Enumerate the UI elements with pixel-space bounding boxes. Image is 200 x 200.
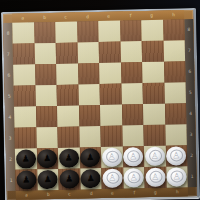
square-f2[interactable]: ♙ xyxy=(122,146,144,167)
square-f6[interactable] xyxy=(121,62,143,83)
square-d2[interactable]: ♟ xyxy=(79,147,101,168)
square-b8[interactable] xyxy=(34,22,56,43)
black-pawn-glyph: ♟ xyxy=(44,175,52,184)
file-label-d: d xyxy=(86,14,89,19)
file-label-h: h xyxy=(172,13,175,18)
white-pawn-glyph: ♙ xyxy=(108,153,116,162)
rank-label-8: 8 xyxy=(7,31,10,36)
square-c1[interactable]: ♟ xyxy=(58,168,80,189)
black-pawn-glyph: ♟ xyxy=(87,174,95,183)
file-label-h: h xyxy=(176,190,179,195)
rank-label-4: 4 xyxy=(8,115,11,120)
file-label-a: a xyxy=(21,16,24,21)
file-label-g: g xyxy=(150,13,153,18)
white-pawn-f1[interactable]: ♙ xyxy=(124,168,144,187)
square-b1[interactable]: ♟ xyxy=(37,169,59,190)
black-pawn-glyph: ♟ xyxy=(22,175,30,184)
black-pawn-b1[interactable]: ♟ xyxy=(38,170,58,189)
square-a4[interactable] xyxy=(14,106,36,127)
file-label-f: f xyxy=(133,191,136,196)
square-f3[interactable] xyxy=(122,125,144,146)
square-b6[interactable] xyxy=(35,64,57,85)
white-pawn-h2[interactable]: ♙ xyxy=(166,146,186,165)
square-a1[interactable]: ♟ xyxy=(15,169,37,190)
file-label-e: e xyxy=(111,191,114,196)
square-h8[interactable] xyxy=(163,19,185,40)
square-d7[interactable] xyxy=(77,42,99,63)
rank-label-6: 6 xyxy=(188,69,191,74)
black-pawn-c1[interactable]: ♟ xyxy=(59,169,79,188)
white-pawn-f2[interactable]: ♙ xyxy=(123,147,143,166)
square-f8[interactable] xyxy=(120,20,142,41)
white-pawn-glyph: ♙ xyxy=(151,173,159,182)
black-pawn-glyph: ♟ xyxy=(43,154,51,163)
black-pawn-a1[interactable]: ♟ xyxy=(16,170,36,189)
square-b7[interactable] xyxy=(34,43,56,64)
rank-label-1: 1 xyxy=(10,178,13,183)
square-c2[interactable]: ♟ xyxy=(58,147,80,168)
rank-label-5: 5 xyxy=(8,94,11,99)
square-a8[interactable] xyxy=(12,22,34,43)
square-d4[interactable] xyxy=(78,105,100,126)
white-pawn-h1[interactable]: ♙ xyxy=(167,167,187,186)
square-a2[interactable]: ♟ xyxy=(15,148,37,169)
rank-label-2: 2 xyxy=(190,153,193,158)
square-h4[interactable] xyxy=(164,103,186,124)
square-c8[interactable] xyxy=(55,21,77,42)
rank-label-6: 6 xyxy=(7,73,10,78)
square-c3[interactable] xyxy=(57,126,79,147)
black-pawn-glyph: ♟ xyxy=(65,154,73,163)
square-g6[interactable] xyxy=(142,62,164,83)
square-c5[interactable] xyxy=(57,84,79,105)
square-g3[interactable] xyxy=(143,125,165,146)
square-f4[interactable] xyxy=(121,104,143,125)
file-label-a: a xyxy=(25,193,28,198)
square-b2[interactable]: ♟ xyxy=(36,148,58,169)
white-pawn-e2[interactable]: ♙ xyxy=(102,148,122,167)
square-h2[interactable]: ♙ xyxy=(165,145,187,166)
black-pawn-d1[interactable]: ♟ xyxy=(81,169,101,188)
file-label-g: g xyxy=(154,190,157,195)
square-h1[interactable]: ♙ xyxy=(166,166,188,187)
square-h3[interactable] xyxy=(165,124,187,145)
square-c6[interactable] xyxy=(56,63,78,84)
file-label-c: c xyxy=(64,15,67,20)
file-label-f: f xyxy=(129,14,132,19)
white-pawn-glyph: ♙ xyxy=(129,152,137,161)
chess-board: abcdefgh 87654321 87654321 abcdefgh ♟♟♟♟… xyxy=(1,8,200,200)
white-pawn-glyph: ♙ xyxy=(172,151,180,160)
square-a7[interactable] xyxy=(13,43,35,64)
file-label-c: c xyxy=(68,192,71,197)
white-pawn-glyph: ♙ xyxy=(130,173,138,182)
rank-label-5: 5 xyxy=(189,90,192,95)
rank-label-7: 7 xyxy=(7,52,10,57)
square-f1[interactable]: ♙ xyxy=(123,167,145,188)
square-b3[interactable] xyxy=(36,127,58,148)
square-g2[interactable]: ♙ xyxy=(144,146,166,167)
square-d1[interactable]: ♟ xyxy=(80,168,102,189)
square-f5[interactable] xyxy=(121,83,143,104)
rank-label-4: 4 xyxy=(189,111,192,116)
file-label-b: b xyxy=(43,15,46,20)
square-h5[interactable] xyxy=(164,82,186,103)
rank-label-1: 1 xyxy=(191,174,194,179)
square-g8[interactable] xyxy=(141,20,163,41)
square-d8[interactable] xyxy=(77,21,99,42)
square-e6[interactable] xyxy=(99,63,121,84)
square-g5[interactable] xyxy=(143,83,165,104)
square-g4[interactable] xyxy=(143,104,165,125)
file-label-d: d xyxy=(90,191,93,196)
square-e8[interactable] xyxy=(98,21,120,42)
black-pawn-glyph: ♟ xyxy=(22,154,30,163)
rank-label-7: 7 xyxy=(188,48,191,53)
file-label-b: b xyxy=(47,192,50,197)
square-d3[interactable] xyxy=(79,126,101,147)
square-e3[interactable] xyxy=(100,126,122,147)
square-d6[interactable] xyxy=(78,63,100,84)
square-h6[interactable] xyxy=(164,61,186,82)
square-b4[interactable] xyxy=(36,106,58,127)
black-pawn-c2[interactable]: ♟ xyxy=(59,148,79,167)
square-e5[interactable] xyxy=(100,84,122,105)
white-pawn-glyph: ♙ xyxy=(173,172,181,181)
square-e4[interactable] xyxy=(100,105,122,126)
white-pawn-g1[interactable]: ♙ xyxy=(145,168,165,187)
square-c7[interactable] xyxy=(56,42,78,63)
board-squares: ♟♟♟♟♙♙♙♙♟♟♟♟♙♙♙♙ xyxy=(12,19,187,191)
square-a3[interactable] xyxy=(14,127,36,148)
square-e7[interactable] xyxy=(99,42,121,63)
black-pawn-d2[interactable]: ♟ xyxy=(80,148,100,167)
square-f7[interactable] xyxy=(120,41,142,62)
square-a6[interactable] xyxy=(13,64,35,85)
white-pawn-glyph: ♙ xyxy=(151,152,159,161)
rank-label-8: 8 xyxy=(188,27,191,32)
black-pawn-b2[interactable]: ♟ xyxy=(37,149,57,168)
square-e1[interactable]: ♙ xyxy=(101,168,123,189)
board-frame: abcdefgh 87654321 87654321 abcdefgh ♟♟♟♟… xyxy=(3,10,197,200)
square-d5[interactable] xyxy=(78,84,100,105)
black-pawn-glyph: ♟ xyxy=(86,153,94,162)
square-g7[interactable] xyxy=(142,41,164,62)
black-pawn-glyph: ♟ xyxy=(65,175,73,184)
rank-label-3: 3 xyxy=(9,136,12,141)
square-h7[interactable] xyxy=(163,40,185,61)
square-g1[interactable]: ♙ xyxy=(144,167,166,188)
white-pawn-glyph: ♙ xyxy=(108,174,116,183)
white-pawn-e1[interactable]: ♙ xyxy=(102,169,122,188)
rank-label-2: 2 xyxy=(9,157,12,162)
white-pawn-g2[interactable]: ♙ xyxy=(145,147,165,166)
black-pawn-a2[interactable]: ♟ xyxy=(16,149,36,168)
file-label-e: e xyxy=(107,14,110,19)
square-c4[interactable] xyxy=(57,105,79,126)
square-a5[interactable] xyxy=(14,85,36,106)
square-e2[interactable]: ♙ xyxy=(101,147,123,168)
square-b5[interactable] xyxy=(35,85,57,106)
photo-scene: abcdefgh 87654321 87654321 abcdefgh ♟♟♟♟… xyxy=(0,0,200,200)
rank-label-3: 3 xyxy=(190,132,193,137)
